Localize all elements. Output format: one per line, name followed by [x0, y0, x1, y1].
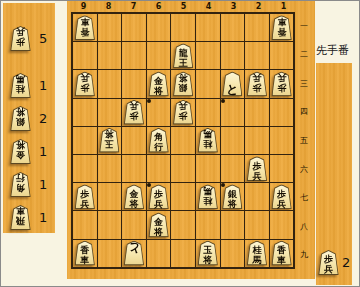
gote-hand-tray: 歩兵5桂馬1銀将2金将1角行1飛車1 [3, 3, 55, 233]
file-label: 3 [221, 1, 246, 12]
hoshi-dot [147, 183, 151, 187]
gote-hand-item: 桂馬1 [3, 72, 55, 99]
board-cell-5-7[interactable] [171, 183, 195, 210]
board-cell-6-1[interactable] [147, 14, 171, 41]
hand-count: 2 [39, 112, 47, 125]
rank-label: 六 [296, 155, 312, 184]
sente-hand-item: 歩兵2 [316, 249, 352, 276]
shogi-piece[interactable]: 歩兵 [148, 184, 169, 209]
shogi-piece[interactable]: 金将 [148, 71, 169, 96]
shogi-piece[interactable]: 歩兵 [123, 100, 144, 125]
hand-count: 1 [39, 211, 47, 224]
shogi-piece[interactable]: 歩兵 [271, 71, 292, 96]
rank-label: 一 [296, 12, 312, 41]
board-cell-4-7[interactable]: 桂馬 [196, 183, 220, 210]
board-cell-2-9[interactable]: 桂馬 [245, 240, 269, 267]
shogi-piece[interactable]: 桂馬 [10, 73, 31, 98]
board-cell-7-4[interactable]: 歩兵 [122, 99, 146, 126]
shogi-piece[interactable]: 金将 [123, 184, 144, 209]
board-cell-9-9[interactable]: 香車 [73, 240, 97, 267]
file-label: 8 [96, 1, 121, 12]
shogi-piece[interactable]: 歩兵 [246, 71, 267, 96]
shogi-piece[interactable]: 龍王 [173, 43, 194, 68]
shogi-piece[interactable]: 香車 [74, 241, 95, 266]
board-cell-3-3[interactable]: と [221, 70, 245, 97]
shogi-piece[interactable]: 歩兵 [271, 184, 292, 209]
board-cell-2-2[interactable] [245, 42, 269, 69]
file-label: 4 [196, 1, 221, 12]
turn-indicator: 先手番 [316, 43, 360, 58]
board-cell-3-4[interactable] [221, 99, 245, 126]
board-cell-9-2[interactable] [73, 42, 97, 69]
board-cell-6-4[interactable] [147, 99, 171, 126]
board-cell-6-8[interactable]: 金将 [147, 211, 171, 238]
board-cell-1-4[interactable] [270, 99, 294, 126]
board-cell-7-7[interactable]: 金将 [122, 183, 146, 210]
hoshi-dot [147, 99, 151, 103]
board-cell-9-5[interactable] [73, 127, 97, 154]
board-cell-1-8[interactable] [270, 211, 294, 238]
shogi-piece[interactable]: と [222, 71, 243, 96]
board-cell-4-4[interactable] [196, 99, 220, 126]
shogi-piece[interactable]: 玉将 [99, 128, 120, 153]
board-cell-5-5[interactable] [171, 127, 195, 154]
shogi-piece[interactable]: 歩兵 [318, 250, 339, 275]
board-cell-8-6[interactable] [98, 155, 122, 182]
shogi-piece[interactable]: と [123, 241, 144, 266]
board-cell-5-4[interactable]: 歩兵 [171, 99, 195, 126]
board-cell-7-6[interactable] [122, 155, 146, 182]
board-cell-3-9[interactable] [221, 240, 245, 267]
board-cell-6-6[interactable] [147, 155, 171, 182]
gote-hand-item: 歩兵5 [3, 25, 55, 52]
board-cell-8-3[interactable] [98, 70, 122, 97]
rank-label: 八 [296, 212, 312, 241]
board-cell-7-9[interactable]: と [122, 240, 146, 267]
file-label: 7 [121, 1, 146, 12]
board-cell-3-6[interactable] [221, 155, 245, 182]
shogi-piece[interactable]: 香車 [74, 15, 95, 40]
rank-label: 四 [296, 98, 312, 127]
rank-labels: 一二三四五六七八九 [296, 12, 312, 269]
board-cell-4-3[interactable] [196, 70, 220, 97]
shogi-piece[interactable]: 銀将 [222, 184, 243, 209]
shogi-piece[interactable]: 歩兵 [10, 26, 31, 51]
board-cell-5-6[interactable] [171, 155, 195, 182]
board-cell-5-1[interactable] [171, 14, 195, 41]
board-cell-1-5[interactable] [270, 127, 294, 154]
shogi-piece[interactable]: 角行 [148, 128, 169, 153]
board-cell-5-8[interactable] [171, 211, 195, 238]
hand-count: 1 [39, 178, 47, 191]
file-label: 2 [246, 1, 271, 12]
hand-count: 5 [39, 32, 47, 45]
board-cell-2-8[interactable] [245, 211, 269, 238]
shogi-piece[interactable]: 歩兵 [74, 71, 95, 96]
board: 香車香車龍王歩兵金将銀将と歩兵歩兵歩兵歩兵玉将角行桂馬歩兵歩兵金将歩兵桂馬銀将歩… [71, 12, 295, 269]
file-label: 1 [271, 1, 296, 12]
shogi-piece[interactable]: 歩兵 [173, 100, 194, 125]
board-cell-2-3[interactable]: 歩兵 [245, 70, 269, 97]
board-cell-7-8[interactable] [122, 211, 146, 238]
file-label: 9 [71, 1, 96, 12]
board-grid: 香車香車龍王歩兵金将銀将と歩兵歩兵歩兵歩兵玉将角行桂馬歩兵歩兵金将歩兵桂馬銀将歩… [73, 14, 293, 267]
board-cell-1-2[interactable] [270, 42, 294, 69]
board-cell-9-4[interactable] [73, 99, 97, 126]
rank-label: 三 [296, 69, 312, 98]
board-cell-9-7[interactable]: 歩兵 [73, 183, 97, 210]
board-cell-4-6[interactable] [196, 155, 220, 182]
board-cell-1-9[interactable]: 香車 [270, 240, 294, 267]
board-cell-1-1[interactable]: 香車 [270, 14, 294, 41]
file-label: 6 [146, 1, 171, 12]
board-cell-7-2[interactable] [122, 42, 146, 69]
board-cell-9-1[interactable]: 香車 [73, 14, 97, 41]
board-cell-3-1[interactable] [221, 14, 245, 41]
hand-count: 1 [39, 145, 47, 158]
shogi-piece[interactable]: 角行 [10, 172, 31, 197]
gote-hand-item: 角行1 [3, 171, 55, 198]
hoshi-dot [221, 99, 225, 103]
rank-label: 七 [296, 183, 312, 212]
sente-hand-tray: 歩兵2 [316, 63, 352, 285]
shogi-piece[interactable]: 金将 [10, 139, 31, 164]
board-cell-7-1[interactable] [122, 14, 146, 41]
board-cell-4-5[interactable]: 桂馬 [196, 127, 220, 154]
board-cell-3-5[interactable] [221, 127, 245, 154]
board-frame: 987654321 一二三四五六七八九 香車香車龍王歩兵金将銀将と歩兵歩兵歩兵歩… [67, 1, 315, 279]
board-cell-7-3[interactable] [122, 70, 146, 97]
shogi-piece[interactable]: 玉将 [197, 241, 218, 266]
shogi-piece[interactable]: 歩兵 [74, 184, 95, 209]
rank-label: 五 [296, 126, 312, 155]
board-cell-2-6[interactable]: 歩兵 [245, 155, 269, 182]
hand-count: 1 [39, 79, 47, 92]
board-cell-4-2[interactable] [196, 42, 220, 69]
board-cell-6-9[interactable] [147, 240, 171, 267]
board-cell-5-3[interactable]: 銀将 [171, 70, 195, 97]
board-cell-5-9[interactable] [171, 240, 195, 267]
shogi-piece[interactable]: 銀将 [173, 71, 194, 96]
board-cell-6-3[interactable]: 金将 [147, 70, 171, 97]
board-cell-6-7[interactable]: 歩兵 [147, 183, 171, 210]
board-cell-1-6[interactable] [270, 155, 294, 182]
board-cell-1-7[interactable]: 歩兵 [270, 183, 294, 210]
board-cell-8-8[interactable] [98, 211, 122, 238]
board-cell-4-1[interactable] [196, 14, 220, 41]
board-cell-2-5[interactable] [245, 127, 269, 154]
board-cell-2-4[interactable] [245, 99, 269, 126]
board-cell-8-9[interactable] [98, 240, 122, 267]
board-cell-6-2[interactable] [147, 42, 171, 69]
board-cell-3-7[interactable]: 銀将 [221, 183, 245, 210]
board-cell-4-9[interactable]: 玉将 [196, 240, 220, 267]
board-cell-6-5[interactable]: 角行 [147, 127, 171, 154]
board-cell-8-7[interactable] [98, 183, 122, 210]
shogi-piece[interactable]: 歩兵 [246, 156, 267, 181]
board-cell-2-7[interactable] [245, 183, 269, 210]
hand-count: 2 [342, 256, 350, 269]
board-cell-9-6[interactable] [73, 155, 97, 182]
shogi-piece[interactable]: 銀将 [10, 106, 31, 131]
board-cell-8-1[interactable] [98, 14, 122, 41]
board-cell-8-2[interactable] [98, 42, 122, 69]
shogi-piece[interactable]: 香車 [271, 241, 292, 266]
board-cell-8-5[interactable]: 玉将 [98, 127, 122, 154]
board-cell-2-1[interactable] [245, 14, 269, 41]
board-cell-7-5[interactable] [122, 127, 146, 154]
file-labels: 987654321 [71, 1, 296, 12]
board-cell-9-3[interactable]: 歩兵 [73, 70, 97, 97]
gote-hand-item: 銀将2 [3, 105, 55, 132]
board-cell-4-8[interactable] [196, 211, 220, 238]
gote-hand-item: 飛車1 [3, 204, 55, 231]
shogi-piece[interactable]: 桂馬 [197, 128, 218, 153]
rank-label: 二 [296, 41, 312, 70]
hoshi-dot [221, 183, 225, 187]
file-label: 5 [171, 1, 196, 12]
board-cell-1-3[interactable]: 歩兵 [270, 70, 294, 97]
shogi-piece[interactable]: 桂馬 [246, 241, 267, 266]
board-cell-5-2[interactable]: 龍王 [171, 42, 195, 69]
gote-hand-item: 金将1 [3, 138, 55, 165]
rank-label: 九 [296, 241, 312, 270]
shogi-app-window: 歩兵5桂馬1銀将2金将1角行1飛車1 987654321 一二三四五六七八九 香… [0, 0, 360, 287]
board-cell-9-8[interactable] [73, 211, 97, 238]
shogi-piece[interactable]: 香車 [271, 15, 292, 40]
board-cell-3-2[interactable] [221, 42, 245, 69]
shogi-piece[interactable]: 飛車 [10, 205, 31, 230]
board-cell-3-8[interactable] [221, 211, 245, 238]
shogi-piece[interactable]: 桂馬 [197, 184, 218, 209]
shogi-piece[interactable]: 金将 [148, 212, 169, 237]
board-cell-8-4[interactable] [98, 99, 122, 126]
